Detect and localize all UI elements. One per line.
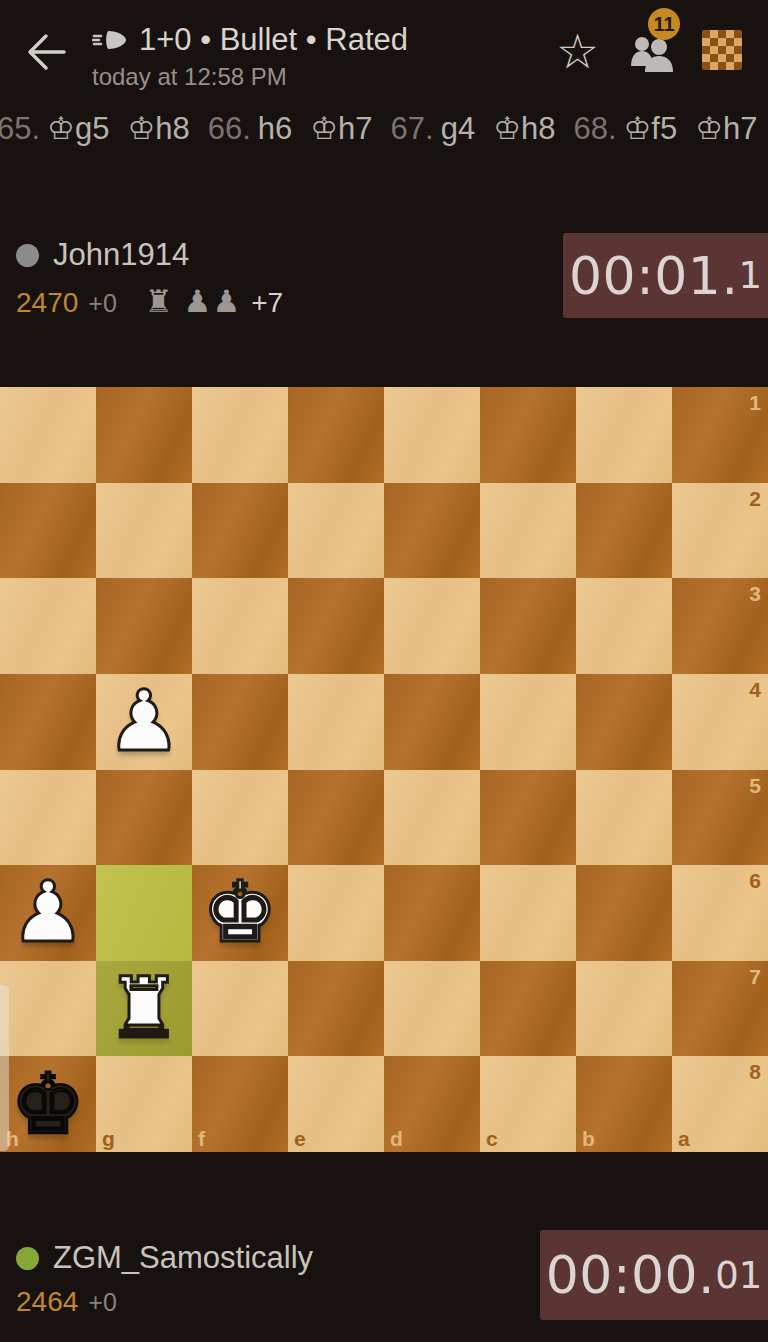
rank-label: 6 bbox=[749, 870, 761, 891]
file-label: b bbox=[582, 1128, 595, 1149]
game-date: today at 12:58 PM bbox=[92, 63, 408, 91]
black-king[interactable]: ♚ bbox=[10, 1057, 85, 1152]
back-button[interactable] bbox=[20, 28, 68, 76]
square-h5[interactable] bbox=[0, 770, 96, 866]
square-b4[interactable] bbox=[576, 674, 672, 770]
move-token[interactable]: ♔h7 bbox=[310, 110, 372, 147]
square-e2[interactable] bbox=[288, 483, 384, 579]
clock-top-main: 00:01. bbox=[569, 246, 738, 306]
square-b7[interactable] bbox=[576, 961, 672, 1057]
square-b1[interactable] bbox=[576, 387, 672, 483]
move-token[interactable]: g4 bbox=[441, 111, 475, 147]
square-f5[interactable] bbox=[192, 770, 288, 866]
square-e1[interactable] bbox=[288, 387, 384, 483]
square-a4[interactable]: 4 bbox=[672, 674, 768, 770]
square-a7[interactable]: 7 bbox=[672, 961, 768, 1057]
player-bottom: ZGM_Samostically 2464 +0 bbox=[16, 1240, 546, 1318]
square-f6[interactable]: ♚ bbox=[192, 865, 288, 961]
square-d5[interactable] bbox=[384, 770, 480, 866]
board-menu-icon[interactable] bbox=[702, 30, 742, 70]
clock-bottom: 00:00. 01 bbox=[540, 1230, 768, 1320]
lichess-game-screen: 1+0 • Bullet • Rated today at 12:58 PM ☆… bbox=[0, 0, 768, 1342]
rank-label: 7 bbox=[749, 966, 761, 987]
captured-piece: ♟ bbox=[184, 283, 213, 319]
move-token[interactable]: ♔f5 bbox=[624, 110, 678, 147]
square-d1[interactable] bbox=[384, 387, 480, 483]
square-f8[interactable]: f bbox=[192, 1056, 288, 1152]
white-pawn[interactable]: ♟ bbox=[106, 674, 181, 769]
square-c5[interactable] bbox=[480, 770, 576, 866]
square-c2[interactable] bbox=[480, 483, 576, 579]
file-label: e bbox=[294, 1128, 306, 1149]
move-token[interactable]: ♔g5 bbox=[47, 110, 109, 147]
player-top-rating: 2470 bbox=[16, 287, 78, 319]
square-a3[interactable]: 3 bbox=[672, 578, 768, 674]
move-list[interactable]: 65.♔g5♔h866.h6♔h767.g4♔h868.♔f5♔h769.♔f6… bbox=[0, 110, 768, 158]
square-e8[interactable]: e bbox=[288, 1056, 384, 1152]
clock-bottom-frac: 01 bbox=[715, 1254, 762, 1297]
square-e7[interactable] bbox=[288, 961, 384, 1057]
square-c7[interactable] bbox=[480, 961, 576, 1057]
player-top-name[interactable]: John1914 bbox=[53, 237, 189, 273]
square-b5[interactable] bbox=[576, 770, 672, 866]
move-token[interactable]: h6 bbox=[258, 111, 292, 147]
square-h3[interactable] bbox=[0, 578, 96, 674]
white-king[interactable]: ♚ bbox=[202, 865, 277, 960]
square-f2[interactable] bbox=[192, 483, 288, 579]
square-d3[interactable] bbox=[384, 578, 480, 674]
move-token[interactable]: ♔h7 bbox=[695, 110, 757, 147]
square-e6[interactable] bbox=[288, 865, 384, 961]
square-b2[interactable] bbox=[576, 483, 672, 579]
game-title-block: 1+0 • Bullet • Rated today at 12:58 PM bbox=[92, 22, 408, 91]
file-label: g bbox=[102, 1128, 115, 1149]
square-e5[interactable] bbox=[288, 770, 384, 866]
square-b6[interactable] bbox=[576, 865, 672, 961]
square-c8[interactable]: c bbox=[480, 1056, 576, 1152]
square-b3[interactable] bbox=[576, 578, 672, 674]
square-h1[interactable] bbox=[0, 387, 96, 483]
scrollbar-strip bbox=[0, 985, 9, 1151]
square-g3[interactable] bbox=[96, 578, 192, 674]
status-dot-online bbox=[16, 1247, 39, 1270]
square-a1[interactable]: 1 bbox=[672, 387, 768, 483]
square-a5[interactable]: 5 bbox=[672, 770, 768, 866]
white-rook[interactable]: ♜ bbox=[106, 961, 181, 1056]
file-label: c bbox=[486, 1128, 498, 1149]
square-a6[interactable]: 6 bbox=[672, 865, 768, 961]
square-g4[interactable]: ♟ bbox=[96, 674, 192, 770]
rank-label: 8 bbox=[749, 1061, 761, 1082]
move-token[interactable]: 66. bbox=[208, 111, 251, 147]
file-label: d bbox=[390, 1128, 403, 1149]
clock-top-frac: 1 bbox=[738, 254, 762, 297]
square-e3[interactable] bbox=[288, 578, 384, 674]
square-h4[interactable] bbox=[0, 674, 96, 770]
square-d7[interactable] bbox=[384, 961, 480, 1057]
game-title: 1+0 • Bullet • Rated bbox=[139, 22, 408, 58]
square-d4[interactable] bbox=[384, 674, 480, 770]
square-a8[interactable]: 8a bbox=[672, 1056, 768, 1152]
square-f7[interactable] bbox=[192, 961, 288, 1057]
captured-piece: ♜ bbox=[145, 283, 174, 319]
player-bottom-name[interactable]: ZGM_Samostically bbox=[53, 1240, 313, 1276]
rank-label: 5 bbox=[749, 775, 761, 796]
square-f3[interactable] bbox=[192, 578, 288, 674]
player-top-rating-diff: +0 bbox=[88, 289, 117, 318]
rank-label: 4 bbox=[749, 679, 761, 700]
square-a2[interactable]: 2 bbox=[672, 483, 768, 579]
square-d8[interactable]: d bbox=[384, 1056, 480, 1152]
move-token[interactable]: 65. bbox=[0, 111, 40, 147]
square-g1[interactable] bbox=[96, 387, 192, 483]
spectators-count-badge: 11 bbox=[648, 8, 680, 40]
square-g7[interactable]: ♜ bbox=[96, 961, 192, 1057]
square-e4[interactable] bbox=[288, 674, 384, 770]
square-g6[interactable] bbox=[96, 865, 192, 961]
star-icon[interactable]: ☆ bbox=[556, 22, 599, 82]
square-f1[interactable] bbox=[192, 387, 288, 483]
move-token[interactable]: 68. bbox=[573, 111, 616, 147]
square-g8[interactable]: g bbox=[96, 1056, 192, 1152]
player-bottom-rating: 2464 bbox=[16, 1286, 78, 1318]
chess-board[interactable]: 123♟45♟♚6♜7h♚gfedcb8a bbox=[0, 387, 768, 1152]
square-c3[interactable] bbox=[480, 578, 576, 674]
rank-label: 2 bbox=[749, 488, 761, 509]
square-d6[interactable] bbox=[384, 865, 480, 961]
move-token[interactable]: ♔h8 bbox=[127, 110, 189, 147]
square-d2[interactable] bbox=[384, 483, 480, 579]
file-label: a bbox=[678, 1128, 690, 1149]
square-h2[interactable] bbox=[0, 483, 96, 579]
top-bar: 1+0 • Bullet • Rated today at 12:58 PM ☆… bbox=[0, 0, 768, 100]
rank-label: 1 bbox=[749, 392, 761, 413]
square-c1[interactable] bbox=[480, 387, 576, 483]
status-dot-offline bbox=[16, 244, 39, 267]
move-token[interactable]: ♔h8 bbox=[493, 110, 555, 147]
square-g2[interactable] bbox=[96, 483, 192, 579]
move-token[interactable]: 67. bbox=[391, 111, 434, 147]
file-label: f bbox=[198, 1128, 205, 1149]
player-bottom-rating-diff: +0 bbox=[88, 1288, 117, 1317]
bullet-icon bbox=[92, 26, 130, 54]
square-h7[interactable] bbox=[0, 961, 96, 1057]
clock-top: 00:01. 1 bbox=[563, 233, 768, 318]
square-h6[interactable]: ♟ bbox=[0, 865, 96, 961]
square-b8[interactable]: b bbox=[576, 1056, 672, 1152]
player-top: John1914 2470 +0 ♜♟♟ +7 bbox=[16, 237, 546, 315]
captured-pieces: ♜♟♟ bbox=[145, 283, 241, 319]
rank-label: 3 bbox=[749, 583, 761, 604]
square-g5[interactable] bbox=[96, 770, 192, 866]
clock-bottom-main: 00:00. bbox=[546, 1245, 715, 1305]
square-f4[interactable] bbox=[192, 674, 288, 770]
white-pawn[interactable]: ♟ bbox=[10, 865, 85, 960]
material-advantage: +7 bbox=[251, 287, 283, 319]
square-h8[interactable]: h♚ bbox=[0, 1056, 96, 1152]
square-c6[interactable] bbox=[480, 865, 576, 961]
captured-piece: ♟ bbox=[212, 283, 241, 319]
square-c4[interactable] bbox=[480, 674, 576, 770]
